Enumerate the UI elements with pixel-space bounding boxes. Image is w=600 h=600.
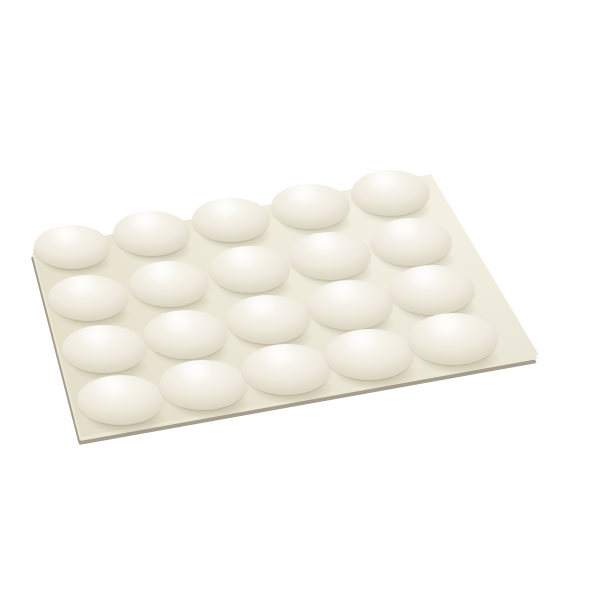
bumper-dome [34,225,110,269]
bumper-dome [351,170,430,216]
bumper-dome [289,232,371,280]
bumper-dome [159,360,247,411]
bumper-dome [129,261,209,308]
bumper-dome [192,198,270,243]
bumper-grid [0,0,600,600]
bumper-dome [144,310,228,359]
bumper-dome [408,313,498,365]
bumper-dome [307,280,393,330]
bumper-dome [325,329,414,381]
bumper-dome [77,375,164,425]
bumper-dome [62,325,145,373]
bumper-dome [271,184,349,229]
product-photo [0,0,600,600]
bumper-dome [113,211,190,256]
bumper-dome [48,275,128,321]
bumper-dome [370,218,453,266]
bumper-dome [242,344,331,395]
